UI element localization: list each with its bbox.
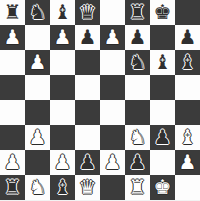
square-d4[interactable] (75, 100, 100, 125)
square-f3[interactable]: ♞ (125, 125, 150, 150)
square-b4[interactable] (25, 100, 50, 125)
piece-black-bishop: ♝ (179, 50, 197, 75)
piece-white-rook: ♜ (129, 175, 147, 200)
square-h7[interactable]: ♟ (175, 25, 200, 50)
piece-white-pawn: ♟ (29, 125, 47, 150)
square-b3[interactable]: ♟ (25, 125, 50, 150)
square-h2[interactable]: ♟ (175, 150, 200, 175)
piece-black-rook: ♜ (4, 175, 22, 200)
square-e1[interactable] (100, 175, 125, 200)
square-a4[interactable] (0, 100, 25, 125)
square-g1[interactable]: ♚ (150, 175, 175, 200)
piece-white-knight: ♞ (29, 175, 47, 200)
square-g7[interactable] (150, 25, 175, 50)
square-g8[interactable]: ♚ (150, 0, 175, 25)
piece-white-pawn: ♟ (4, 150, 22, 175)
square-e2[interactable]: ♟ (100, 150, 125, 175)
square-b5[interactable] (25, 75, 50, 100)
square-c5[interactable] (50, 75, 75, 100)
piece-black-king: ♚ (154, 0, 172, 25)
piece-white-queen: ♛ (79, 175, 97, 200)
square-e6[interactable] (100, 50, 125, 75)
piece-white-king: ♚ (154, 175, 172, 200)
square-b1[interactable]: ♞ (25, 175, 50, 200)
square-f4[interactable] (125, 100, 150, 125)
square-c2[interactable]: ♟ (50, 150, 75, 175)
piece-black-rook: ♜ (4, 0, 22, 25)
piece-black-pawn: ♟ (179, 25, 197, 50)
square-d3[interactable] (75, 125, 100, 150)
piece-black-bishop: ♝ (154, 50, 172, 75)
piece-white-pawn: ♟ (104, 25, 122, 50)
square-a7[interactable]: ♟ (0, 25, 25, 50)
piece-black-pawn: ♟ (129, 25, 147, 50)
square-f8[interactable]: ♜ (125, 0, 150, 25)
square-h1[interactable] (175, 175, 200, 200)
square-h5[interactable] (175, 75, 200, 100)
square-c1[interactable]: ♝ (50, 175, 75, 200)
square-c7[interactable]: ♟ (50, 25, 75, 50)
piece-white-pawn: ♟ (54, 25, 72, 50)
square-c6[interactable] (50, 50, 75, 75)
piece-black-pawn: ♟ (154, 125, 172, 150)
square-f7[interactable]: ♟ (125, 25, 150, 50)
square-h6[interactable]: ♝ (175, 50, 200, 75)
piece-black-queen: ♛ (79, 0, 97, 25)
piece-black-pawn: ♟ (79, 25, 97, 50)
square-b6[interactable]: ♟ (25, 50, 50, 75)
square-e3[interactable] (100, 125, 125, 150)
square-b2[interactable] (25, 150, 50, 175)
piece-white-pawn: ♟ (29, 50, 47, 75)
square-e4[interactable] (100, 100, 125, 125)
piece-black-pawn: ♟ (79, 150, 97, 175)
square-a6[interactable] (0, 50, 25, 75)
square-g5[interactable] (150, 75, 175, 100)
square-e7[interactable]: ♟ (100, 25, 125, 50)
piece-black-bishop: ♝ (54, 0, 72, 25)
square-c4[interactable] (50, 100, 75, 125)
square-f6[interactable]: ♞ (125, 50, 150, 75)
square-a5[interactable] (0, 75, 25, 100)
square-c3[interactable] (50, 125, 75, 150)
square-g4[interactable] (150, 100, 175, 125)
square-a1[interactable]: ♜ (0, 175, 25, 200)
square-e5[interactable] (100, 75, 125, 100)
square-d8[interactable]: ♛ (75, 0, 100, 25)
square-a2[interactable]: ♟ (0, 150, 25, 175)
square-g6[interactable]: ♝ (150, 50, 175, 75)
square-g3[interactable]: ♟ (150, 125, 175, 150)
chess-board: ♜♞♝♛♜♚♟♟♟♟♟♟♟♞♝♝♟♞♟♝♟♟♟♟♟♟♜♞♝♛♜♚ (0, 0, 200, 201)
square-d5[interactable] (75, 75, 100, 100)
square-f2[interactable]: ♟ (125, 150, 150, 175)
piece-white-pawn: ♟ (54, 150, 72, 175)
square-a3[interactable] (0, 125, 25, 150)
piece-white-bishop: ♝ (179, 125, 197, 150)
square-d1[interactable]: ♛ (75, 175, 100, 200)
square-g2[interactable] (150, 150, 175, 175)
piece-black-knight: ♞ (29, 0, 47, 25)
square-h4[interactable] (175, 100, 200, 125)
piece-black-pawn: ♟ (129, 150, 147, 175)
piece-black-rook: ♜ (129, 0, 147, 25)
piece-white-pawn: ♟ (179, 150, 197, 175)
square-f5[interactable] (125, 75, 150, 100)
square-a8[interactable]: ♜ (0, 0, 25, 25)
square-e8[interactable] (100, 0, 125, 25)
piece-white-pawn: ♟ (4, 25, 22, 50)
square-c8[interactable]: ♝ (50, 0, 75, 25)
square-h3[interactable]: ♝ (175, 125, 200, 150)
square-d2[interactable]: ♟ (75, 150, 100, 175)
piece-white-pawn: ♟ (104, 150, 122, 175)
square-b8[interactable]: ♞ (25, 0, 50, 25)
square-f1[interactable]: ♜ (125, 175, 150, 200)
square-b7[interactable] (25, 25, 50, 50)
square-d7[interactable]: ♟ (75, 25, 100, 50)
piece-black-bishop: ♝ (54, 175, 72, 200)
square-h8[interactable] (175, 0, 200, 25)
square-d6[interactable] (75, 50, 100, 75)
piece-black-knight: ♞ (129, 50, 147, 75)
piece-white-knight: ♞ (129, 125, 147, 150)
